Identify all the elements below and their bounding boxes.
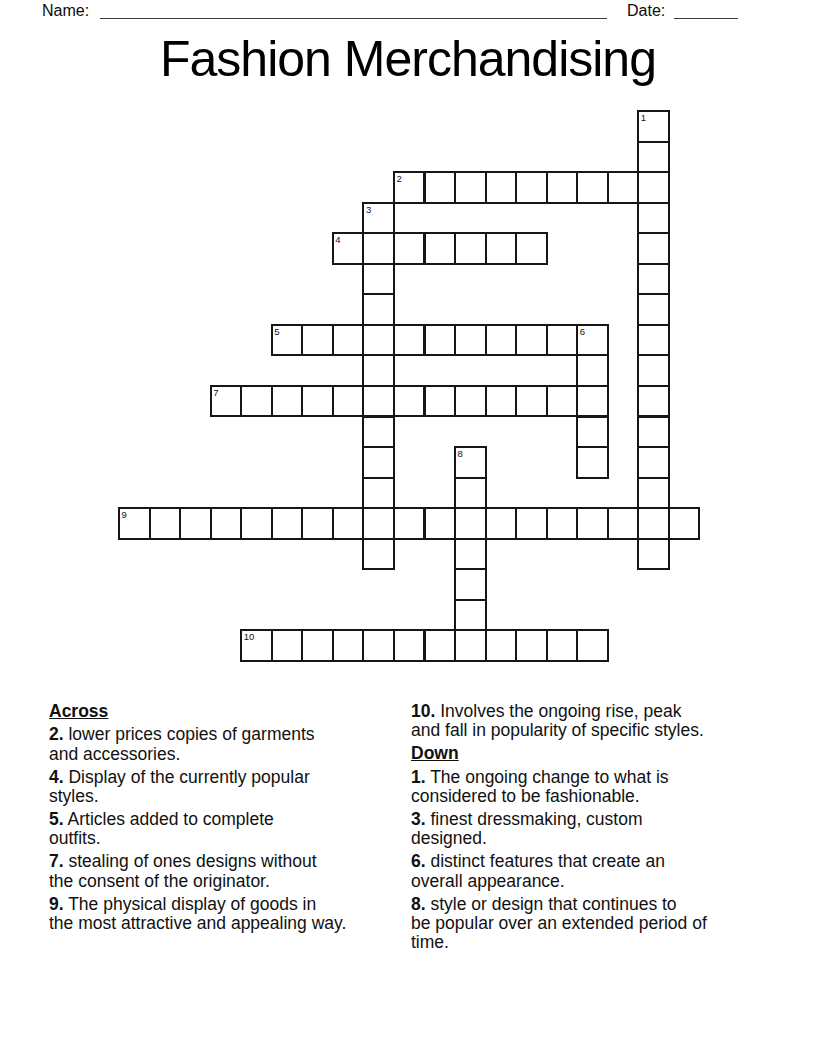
grid-cell-r11c17[interactable]: [637, 446, 670, 479]
clue-text: Display of the currently popular: [68, 767, 309, 787]
clue-text: the consent of the originator.: [49, 872, 404, 891]
grid-cell-r13c8[interactable]: [362, 507, 395, 540]
clue-line: 4. Display of the currently popular: [49, 768, 404, 787]
clue-number-label: 7.: [49, 851, 64, 871]
grid-cell-r11c11[interactable]: [454, 446, 487, 479]
grid-cell-r9c8[interactable]: [362, 385, 395, 418]
grid-cell-r4c10[interactable]: [424, 232, 457, 265]
grid-cell-r9c17[interactable]: [637, 385, 670, 418]
grid-cell-r4c17[interactable]: [637, 232, 670, 265]
grid-cell-r7c17[interactable]: [637, 324, 670, 357]
across-clues-column: Across2. lower prices copies of garments…: [49, 702, 404, 937]
clue-text: overall appearance.: [411, 872, 811, 891]
clue-text: The ongoing change to what is: [430, 767, 668, 787]
clue-text: designed.: [411, 829, 811, 848]
grid-cell-r0c17[interactable]: [637, 110, 670, 143]
grid-cell-r5c17[interactable]: [637, 263, 670, 296]
clue-text: distinct features that create an: [430, 851, 664, 871]
grid-cell-r6c17[interactable]: [637, 293, 670, 326]
grid-cell-r13c3[interactable]: [210, 507, 243, 540]
grid-cell-r13c4[interactable]: [240, 507, 273, 540]
grid-cell-r13c10[interactable]: [424, 507, 457, 540]
down-clue-3: 3. finest dressmaking, customdesigned.: [411, 810, 811, 849]
grid-cell-r7c5[interactable]: [271, 324, 304, 357]
down-clue-8: 8. style or design that continues tobe p…: [411, 895, 811, 953]
clue-number-label: 10.: [411, 701, 435, 721]
clue-line: 7. stealing of ones designs without: [49, 852, 404, 871]
grid-cell-r2c12[interactable]: [485, 171, 518, 204]
grid-cell-r3c8[interactable]: [362, 202, 395, 235]
across-clue-10: 10. Involves the ongoing rise, peakand f…: [411, 702, 811, 741]
grid-cell-r13c6[interactable]: [301, 507, 334, 540]
across-clue-2: 2. lower prices copies of garmentsand ac…: [49, 725, 404, 764]
clue-line: 2. lower prices copies of garments: [49, 725, 404, 744]
clue-line: 10. Involves the ongoing rise, peak: [411, 702, 811, 721]
grid-cell-r17c7[interactable]: [332, 629, 365, 662]
grid-cell-r4c8[interactable]: [362, 232, 395, 265]
grid-cell-r12c11[interactable]: [454, 477, 487, 510]
grid-cell-r4c13[interactable]: [515, 232, 548, 265]
grid-cell-r2c14[interactable]: [546, 171, 579, 204]
grid-cell-r3c17[interactable]: [637, 202, 670, 235]
grid-cell-r10c15[interactable]: [576, 416, 609, 449]
date-input-line[interactable]: [674, 1, 738, 19]
clue-text: stealing of ones designs without: [68, 851, 316, 871]
grid-cell-r7c10[interactable]: [424, 324, 457, 357]
grid-cell-r7c9[interactable]: [393, 324, 426, 357]
clue-text: the most attractive and appealing way.: [49, 914, 404, 933]
grid-cell-r17c6[interactable]: [301, 629, 334, 662]
worksheet-page: Name: Date: Fashion Merchandising 123456…: [0, 0, 816, 1056]
clue-line: 5. Articles added to complete: [49, 810, 404, 829]
clue-text: finest dressmaking, custom: [430, 809, 642, 829]
grid-cell-r9c10[interactable]: [424, 385, 457, 418]
clue-text: be popular over an extended period of: [411, 914, 811, 933]
clue-text: outfits.: [49, 829, 404, 848]
across-header: Across: [49, 702, 404, 721]
across-clue-7: 7. stealing of ones designs withoutthe c…: [49, 852, 404, 891]
clue-text: Involves the ongoing rise, peak: [440, 701, 681, 721]
clue-text: and accessories.: [49, 745, 404, 764]
clue-number-label: 4.: [49, 767, 64, 787]
grid-cell-r17c8[interactable]: [362, 629, 395, 662]
grid-cell-r8c15[interactable]: [576, 354, 609, 387]
grid-cell-r9c11[interactable]: [454, 385, 487, 418]
grid-cell-r17c5[interactable]: [271, 629, 304, 662]
grid-cell-r17c4[interactable]: [240, 629, 273, 662]
grid-cell-r13c15[interactable]: [576, 507, 609, 540]
grid-cell-r4c7[interactable]: [332, 232, 365, 265]
grid-cell-r13c11[interactable]: [454, 507, 487, 540]
clue-line: 3. finest dressmaking, custom: [411, 810, 811, 829]
grid-cell-r13c13[interactable]: [515, 507, 548, 540]
name-label: Name:: [42, 2, 89, 20]
clue-text: considered to be fashionable.: [411, 787, 811, 806]
clue-text: style or design that continues to: [430, 894, 676, 914]
grid-cell-r9c15[interactable]: [576, 385, 609, 418]
grid-cell-r4c11[interactable]: [454, 232, 487, 265]
grid-cell-r15c11[interactable]: [454, 568, 487, 601]
down-clue-1: 1. The ongoing change to what isconsider…: [411, 768, 811, 807]
grid-cell-r7c14[interactable]: [546, 324, 579, 357]
clue-line: 8. style or design that continues to: [411, 895, 811, 914]
clue-text: styles.: [49, 787, 404, 806]
grid-cell-r9c13[interactable]: [515, 385, 548, 418]
clue-number-label: 8.: [411, 894, 426, 914]
clue-number-label: 6.: [411, 851, 426, 871]
grid-cell-r7c11[interactable]: [454, 324, 487, 357]
grid-cell-r9c3[interactable]: [210, 385, 243, 418]
grid-cell-r4c9[interactable]: [393, 232, 426, 265]
grid-cell-r17c13[interactable]: [515, 629, 548, 662]
grid-cell-r12c8[interactable]: [362, 477, 395, 510]
name-input-line[interactable]: [100, 1, 607, 19]
grid-cell-r14c11[interactable]: [454, 538, 487, 571]
grid-cell-r2c13[interactable]: [515, 171, 548, 204]
clue-text: and fall in popularity of specific style…: [411, 721, 811, 740]
grid-cell-r9c4[interactable]: [240, 385, 273, 418]
grid-cell-r8c8[interactable]: [362, 354, 395, 387]
clue-number-label: 1.: [411, 767, 426, 787]
grid-cell-r11c15[interactable]: [576, 446, 609, 479]
grid-cell-r13c1[interactable]: [149, 507, 182, 540]
grid-cell-r2c10[interactable]: [424, 171, 457, 204]
grid-cell-r13c17[interactable]: [637, 507, 670, 540]
grid-cell-r17c15[interactable]: [576, 629, 609, 662]
clue-text: The physical display of goods in: [68, 894, 316, 914]
grid-cell-r14c17[interactable]: [637, 538, 670, 571]
grid-cell-r2c16[interactable]: [607, 171, 640, 204]
across-clue-4: 4. Display of the currently popularstyle…: [49, 768, 404, 807]
grid-cell-r7c12[interactable]: [485, 324, 518, 357]
clue-line: 1. The ongoing change to what is: [411, 768, 811, 787]
grid-cell-r17c9[interactable]: [393, 629, 426, 662]
grid-cell-r6c8[interactable]: [362, 293, 395, 326]
grid-cell-r2c9[interactable]: [393, 171, 426, 204]
down-clue-6: 6. distinct features that create anovera…: [411, 852, 811, 891]
grid-cell-r2c17[interactable]: [637, 171, 670, 204]
clue-line: 9. The physical display of goods in: [49, 895, 404, 914]
grid-cell-r16c11[interactable]: [454, 599, 487, 632]
grid-cell-r11c8[interactable]: [362, 446, 395, 479]
clue-number-label: 9.: [49, 894, 64, 914]
grid-cell-r17c12[interactable]: [485, 629, 518, 662]
grid-cell-r17c14[interactable]: [546, 629, 579, 662]
grid-cell-r9c5[interactable]: [271, 385, 304, 418]
grid-cell-r13c5[interactable]: [271, 507, 304, 540]
grid-cell-r13c16[interactable]: [607, 507, 640, 540]
clue-number-label: 5.: [49, 809, 64, 829]
grid-cell-r9c6[interactable]: [301, 385, 334, 418]
grid-cell-r13c14[interactable]: [546, 507, 579, 540]
grid-cell-r13c12[interactable]: [485, 507, 518, 540]
down-clues-column: 10. Involves the ongoing rise, peakand f…: [411, 702, 811, 956]
grid-cell-r7c13[interactable]: [515, 324, 548, 357]
date-label: Date:: [627, 2, 665, 20]
clue-number-label: 2.: [49, 724, 64, 744]
grid-cell-r1c17[interactable]: [637, 141, 670, 174]
grid-cell-r13c0[interactable]: [118, 507, 151, 540]
grid-cell-r9c9[interactable]: [393, 385, 426, 418]
clue-text: lower prices copies of garments: [68, 724, 314, 744]
clue-line: 6. distinct features that create an: [411, 852, 811, 871]
grid-cell-r2c15[interactable]: [576, 171, 609, 204]
grid-cell-r7c8[interactable]: [362, 324, 395, 357]
grid-cell-r13c18[interactable]: [668, 507, 701, 540]
grid-cell-r7c15[interactable]: [576, 324, 609, 357]
across-clue-5: 5. Articles added to completeoutfits.: [49, 810, 404, 849]
clue-text: Articles added to complete: [68, 809, 274, 829]
clue-number-label: 3.: [411, 809, 426, 829]
grid-cell-r9c14[interactable]: [546, 385, 579, 418]
grid-cell-r5c8[interactable]: [362, 263, 395, 296]
across-clue-9: 9. The physical display of goods inthe m…: [49, 895, 404, 934]
grid-cell-r13c2[interactable]: [179, 507, 212, 540]
grid-cell-r13c7[interactable]: [332, 507, 365, 540]
grid-cell-r17c10[interactable]: [424, 629, 457, 662]
grid-cell-r10c8[interactable]: [362, 416, 395, 449]
grid-cell-r14c8[interactable]: [362, 538, 395, 571]
page-title: Fashion Merchandising: [0, 30, 816, 88]
grid-cell-r12c17[interactable]: [637, 477, 670, 510]
grid-cell-r10c17[interactable]: [637, 416, 670, 449]
grid-cell-r8c17[interactable]: [637, 354, 670, 387]
grid-cell-r9c7[interactable]: [332, 385, 365, 418]
crossword-grid: 12345678910: [118, 110, 701, 662]
grid-cell-r17c11[interactable]: [454, 629, 487, 662]
grid-cell-r4c12[interactable]: [485, 232, 518, 265]
down-header: Down: [411, 744, 811, 763]
grid-cell-r9c12[interactable]: [485, 385, 518, 418]
grid-cell-r7c7[interactable]: [332, 324, 365, 357]
grid-cell-r2c11[interactable]: [454, 171, 487, 204]
grid-cell-r7c6[interactable]: [301, 324, 334, 357]
grid-cell-r13c9[interactable]: [393, 507, 426, 540]
clue-text: time.: [411, 933, 811, 952]
